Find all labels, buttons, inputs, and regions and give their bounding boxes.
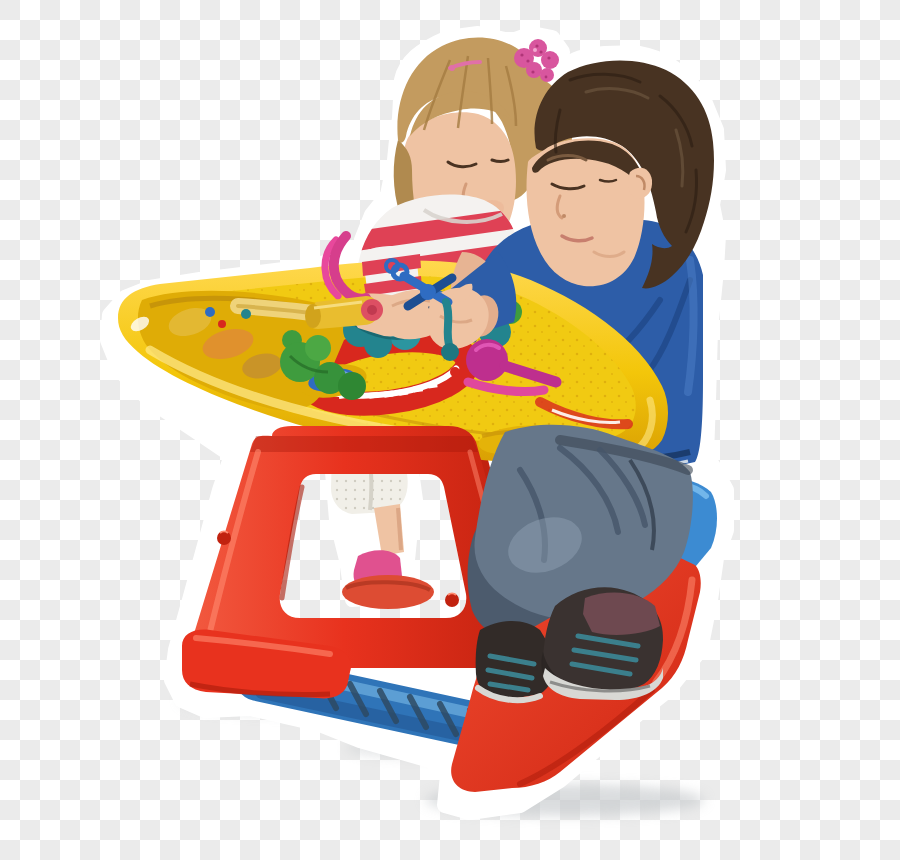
desk-leg-under-shadow [250, 436, 478, 452]
boy-legs [468, 425, 693, 700]
arch-stool-rim [342, 575, 434, 609]
girl-eyelash-right [492, 160, 508, 162]
product-photo-illustration [0, 0, 900, 860]
boy-nostril [562, 214, 566, 218]
boy-front-shoe [541, 587, 663, 700]
teal-clay-strand [446, 302, 450, 348]
roller-red-cap-inner [367, 305, 377, 315]
screenshot-canvas [0, 0, 900, 860]
tool-pivot [420, 284, 436, 300]
teal-clay-blob [441, 343, 459, 361]
boy-ear [628, 168, 652, 198]
